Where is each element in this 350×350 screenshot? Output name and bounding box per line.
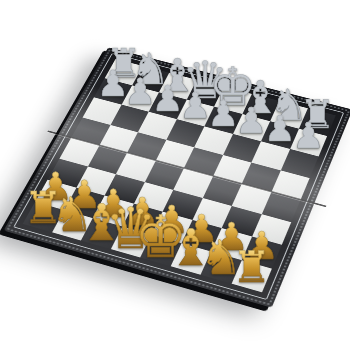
board-surface [23, 59, 336, 292]
chess-board [4, 47, 350, 307]
chess-set-photo: ♜♞♝♛♚♝♞♜♟♟♟♟♟♟♟♟♟♟♟♟♟♟♟♟♜♞♝♛♚♝♞♜ [0, 0, 350, 350]
